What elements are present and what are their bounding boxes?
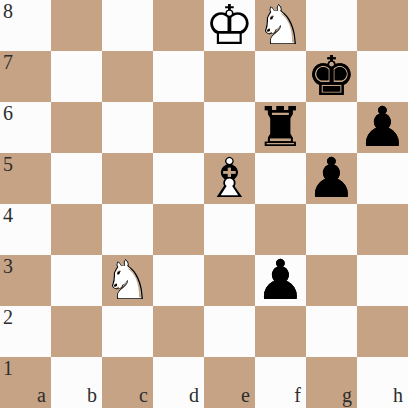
black-king[interactable]: ♚♚ [306, 51, 357, 102]
square-e1[interactable] [204, 357, 255, 408]
square-b7[interactable] [51, 51, 102, 102]
square-c4[interactable] [102, 204, 153, 255]
square-b4[interactable] [51, 204, 102, 255]
square-d1[interactable] [153, 357, 204, 408]
square-h5[interactable] [357, 153, 408, 204]
square-c7[interactable] [102, 51, 153, 102]
square-a7[interactable] [0, 51, 51, 102]
square-f2[interactable] [255, 306, 306, 357]
white-bishop-glyph-fill: ♝ [204, 153, 255, 204]
white-knight-glyph-outline: ♘ [255, 0, 306, 51]
black-pawn-glyph-fill: ♟ [306, 153, 357, 204]
square-e3[interactable] [204, 255, 255, 306]
white-knight[interactable]: ♞♘ [102, 255, 153, 306]
square-d3[interactable] [153, 255, 204, 306]
square-c1[interactable] [102, 357, 153, 408]
white-knight[interactable]: ♞♘ [255, 0, 306, 51]
square-h7[interactable] [357, 51, 408, 102]
square-d6[interactable] [153, 102, 204, 153]
black-rook-glyph-outline: ♜ [255, 102, 306, 153]
square-a5[interactable] [0, 153, 51, 204]
white-king[interactable]: ♚♔ [204, 0, 255, 51]
square-a6[interactable] [0, 102, 51, 153]
square-g4[interactable] [306, 204, 357, 255]
square-e6[interactable] [204, 102, 255, 153]
black-king-glyph-outline: ♚ [306, 51, 357, 102]
white-king-glyph-outline: ♔ [204, 0, 255, 51]
white-knight-glyph-outline: ♘ [102, 255, 153, 306]
square-c8[interactable] [102, 0, 153, 51]
square-a2[interactable] [0, 306, 51, 357]
square-f1[interactable] [255, 357, 306, 408]
square-f4[interactable] [255, 204, 306, 255]
black-pawn[interactable]: ♟♟ [357, 102, 408, 153]
black-pawn[interactable]: ♟♟ [306, 153, 357, 204]
square-d4[interactable] [153, 204, 204, 255]
square-h2[interactable] [357, 306, 408, 357]
black-pawn-glyph-fill: ♟ [255, 255, 306, 306]
white-knight-glyph-fill: ♞ [255, 0, 306, 51]
square-e4[interactable] [204, 204, 255, 255]
square-a1[interactable] [0, 357, 51, 408]
square-a4[interactable] [0, 204, 51, 255]
square-h8[interactable] [357, 0, 408, 51]
square-c6[interactable] [102, 102, 153, 153]
black-pawn-glyph-fill: ♟ [357, 102, 408, 153]
square-f5[interactable] [255, 153, 306, 204]
square-c5[interactable] [102, 153, 153, 204]
white-knight-glyph-fill: ♞ [102, 255, 153, 306]
square-f7[interactable] [255, 51, 306, 102]
black-king-glyph-fill: ♚ [306, 51, 357, 102]
square-g2[interactable] [306, 306, 357, 357]
square-a3[interactable] [0, 255, 51, 306]
square-b1[interactable] [51, 357, 102, 408]
white-bishop-glyph-outline: ♗ [204, 153, 255, 204]
black-pawn-glyph-outline: ♟ [255, 255, 306, 306]
black-pawn-glyph-outline: ♟ [357, 102, 408, 153]
square-g6[interactable] [306, 102, 357, 153]
square-b5[interactable] [51, 153, 102, 204]
square-d7[interactable] [153, 51, 204, 102]
square-h4[interactable] [357, 204, 408, 255]
square-d5[interactable] [153, 153, 204, 204]
square-b3[interactable] [51, 255, 102, 306]
black-rook[interactable]: ♜♜ [255, 102, 306, 153]
white-king-glyph-fill: ♚ [204, 0, 255, 51]
square-b8[interactable] [51, 0, 102, 51]
square-h3[interactable] [357, 255, 408, 306]
square-e7[interactable] [204, 51, 255, 102]
black-rook-glyph-fill: ♜ [255, 102, 306, 153]
white-bishop[interactable]: ♝♗ [204, 153, 255, 204]
square-a8[interactable] [0, 0, 51, 51]
square-g8[interactable] [306, 0, 357, 51]
black-pawn[interactable]: ♟♟ [255, 255, 306, 306]
square-b6[interactable] [51, 102, 102, 153]
square-d2[interactable] [153, 306, 204, 357]
square-g1[interactable] [306, 357, 357, 408]
square-b2[interactable] [51, 306, 102, 357]
square-e2[interactable] [204, 306, 255, 357]
black-pawn-glyph-outline: ♟ [306, 153, 357, 204]
square-c2[interactable] [102, 306, 153, 357]
square-h1[interactable] [357, 357, 408, 408]
square-g3[interactable] [306, 255, 357, 306]
square-d8[interactable] [153, 0, 204, 51]
chess-board: 87654321abcdefgh♚♔♞♘♚♚♜♜♟♟♝♗♟♟♞♘♟♟ [0, 0, 408, 408]
